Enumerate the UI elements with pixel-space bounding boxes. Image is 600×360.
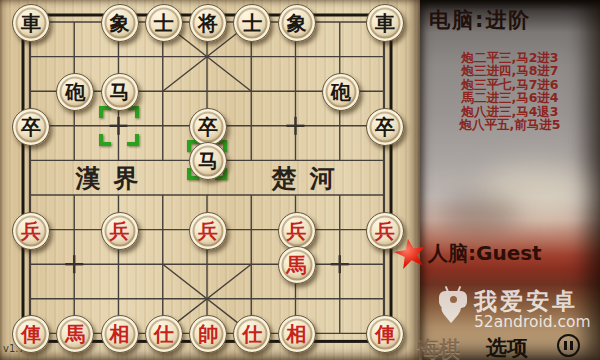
move-list-entry: 馬二进三,马6进4 [420, 91, 600, 104]
human-player-label: 人脑:Guest [428, 240, 542, 267]
red-piece-兵[interactable]: 兵 [189, 212, 227, 250]
black-piece-卒[interactable]: 卒 [366, 108, 404, 146]
red-piece-相[interactable]: 相 [278, 315, 316, 353]
black-piece-卒[interactable]: 卒 [189, 108, 227, 146]
move-list-entry: 炮二平三,马2进3 [420, 51, 600, 64]
last-move-from-marker [99, 106, 139, 146]
watermark-title: 我爱安卓 [474, 288, 591, 314]
river-label-right: 楚河 [259, 162, 348, 195]
move-list-entry: 炮三进四,马8进7 [420, 64, 600, 77]
red-piece-兵[interactable]: 兵 [366, 212, 404, 250]
black-piece-马[interactable]: 马 [101, 73, 139, 111]
move-list-entry: 炮八进三,马4退3 [420, 105, 600, 118]
xiangqi-board[interactable]: 漢界 楚河 車象士将士象車砲马砲卒卒卒马兵兵兵兵兵馬俥馬相仕帥仕相俥 v1.78… [0, 0, 420, 360]
pause-icon [570, 341, 573, 350]
human-player-row: 人脑:Guest [394, 238, 542, 269]
black-piece-車[interactable]: 車 [12, 4, 50, 42]
black-piece-卒[interactable]: 卒 [12, 108, 50, 146]
move-list: 炮二平三,马2进3炮三进四,马8进7炮三平七,马7进6馬二进三,马6进4炮八进三… [420, 51, 600, 131]
red-piece-兵[interactable]: 兵 [101, 212, 139, 250]
android-robot-icon: ♥ [438, 288, 470, 338]
black-piece-車[interactable]: 車 [366, 4, 404, 42]
photo-blur-shadow [440, 195, 520, 235]
sidebar: 电脑:进阶 炮二平三,马2进3炮三进四,马8进7炮三平七,马7进6馬二进三,马6… [420, 0, 600, 360]
red-piece-兵[interactable]: 兵 [12, 212, 50, 250]
red-piece-相[interactable]: 相 [101, 315, 139, 353]
black-piece-士[interactable]: 士 [145, 4, 183, 42]
watermark: ♥ 我爱安卓 52android.com [438, 288, 591, 338]
pause-icon [564, 341, 567, 350]
black-piece-将[interactable]: 将 [189, 4, 227, 42]
black-piece-砲[interactable]: 砲 [322, 73, 360, 111]
app-window: 漢界 楚河 車象士将士象車砲马砲卒卒卒马兵兵兵兵兵馬俥馬相仕帥仕相俥 v1.78… [0, 0, 600, 360]
black-piece-象[interactable]: 象 [101, 4, 139, 42]
move-list-entry: 炮三平七,马7进6 [420, 78, 600, 91]
undo-button[interactable]: 悔棋 [418, 335, 460, 360]
computer-player-label: 电脑:进阶 [429, 6, 531, 34]
watermark-url: 52android.com [474, 314, 591, 331]
pause-button[interactable] [557, 334, 580, 357]
red-piece-仕[interactable]: 仕 [145, 315, 183, 353]
black-piece-象[interactable]: 象 [278, 4, 316, 42]
black-piece-士[interactable]: 士 [233, 4, 271, 42]
options-button[interactable]: 选项 [486, 334, 528, 360]
move-list-entry: 炮八平五,前马进5 [420, 118, 600, 131]
red-piece-兵[interactable]: 兵 [278, 212, 316, 250]
red-piece-馬[interactable]: 馬 [278, 246, 316, 284]
river-label-left: 漢界 [63, 162, 152, 195]
